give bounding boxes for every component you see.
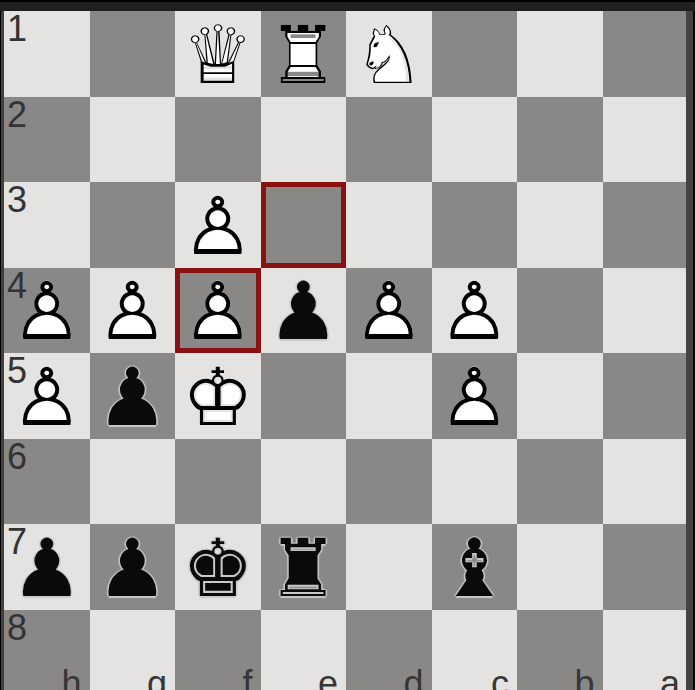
- chess-app-screen: 1♛♕♜♖♞♘23♟♙4♟♙♟♙♟♙♟♟♙♟♙5♟♙♟♚♔♟♙67♟♟♚♜♝8h…: [0, 0, 695, 690]
- piece-glyph: ♟: [4, 526, 90, 612]
- square-c5[interactable]: ♟♙: [432, 353, 518, 439]
- piece-outline-layer: ♙: [4, 270, 90, 356]
- piece-outline-layer: ♙: [4, 355, 90, 441]
- black-king-f7[interactable]: ♚: [175, 524, 261, 610]
- white-pawn-h5[interactable]: ♟♙: [4, 353, 90, 439]
- black-pawn-g7[interactable]: ♟: [90, 524, 176, 610]
- square-e4[interactable]: ♟: [261, 268, 347, 354]
- piece-glyph: ♝: [432, 526, 518, 612]
- square-e2[interactable]: [261, 97, 347, 183]
- square-d6[interactable]: [346, 439, 432, 525]
- square-e3[interactable]: [261, 182, 347, 268]
- piece-outline-layer: ♖: [261, 13, 347, 99]
- file-label-g: g: [147, 664, 167, 690]
- piece-outline-layer: ♙: [432, 355, 518, 441]
- square-c7[interactable]: ♝: [432, 524, 518, 610]
- square-a4[interactable]: [603, 268, 689, 354]
- square-f5[interactable]: ♚♔: [175, 353, 261, 439]
- black-pawn-h7[interactable]: ♟: [4, 524, 90, 610]
- file-label-b: b: [574, 664, 594, 690]
- square-f7[interactable]: ♚: [175, 524, 261, 610]
- square-a7[interactable]: [603, 524, 689, 610]
- square-g4[interactable]: ♟♙: [90, 268, 176, 354]
- square-e8[interactable]: e: [261, 610, 347, 690]
- white-king-f5[interactable]: ♚♔: [175, 353, 261, 439]
- square-d3[interactable]: [346, 182, 432, 268]
- square-b3[interactable]: [517, 182, 603, 268]
- rank-label-2: 2: [7, 95, 27, 135]
- square-b5[interactable]: [517, 353, 603, 439]
- square-d4[interactable]: ♟♙: [346, 268, 432, 354]
- square-b6[interactable]: [517, 439, 603, 525]
- square-f3[interactable]: ♟♙: [175, 182, 261, 268]
- square-g2[interactable]: [90, 97, 176, 183]
- black-bishop-c7[interactable]: ♝: [432, 524, 518, 610]
- white-knight-d1[interactable]: ♞♘: [346, 11, 432, 97]
- square-d1[interactable]: ♞♘: [346, 11, 432, 97]
- file-label-d: d: [403, 664, 423, 690]
- white-rook-e1[interactable]: ♜♖: [261, 11, 347, 97]
- white-pawn-f4[interactable]: ♟♙: [175, 268, 261, 354]
- right-border-strip: [686, 0, 695, 690]
- square-e7[interactable]: ♜: [261, 524, 347, 610]
- chess-board: 1♛♕♜♖♞♘23♟♙4♟♙♟♙♟♙♟♟♙♟♙5♟♙♟♚♔♟♙67♟♟♚♜♝8h…: [4, 11, 688, 690]
- square-d8[interactable]: d: [346, 610, 432, 690]
- square-b2[interactable]: [517, 97, 603, 183]
- square-c4[interactable]: ♟♙: [432, 268, 518, 354]
- black-pawn-e4[interactable]: ♟: [261, 268, 347, 354]
- square-a6[interactable]: [603, 439, 689, 525]
- square-d5[interactable]: [346, 353, 432, 439]
- square-b4[interactable]: [517, 268, 603, 354]
- square-h6[interactable]: 6: [4, 439, 90, 525]
- file-label-f: f: [242, 664, 252, 690]
- piece-glyph: ♟: [90, 526, 176, 612]
- piece-outline-layer: ♘: [346, 13, 432, 99]
- square-h7[interactable]: 7♟: [4, 524, 90, 610]
- piece-glyph: ♟: [90, 355, 176, 441]
- piece-outline-layer: ♕: [175, 13, 261, 99]
- square-a5[interactable]: [603, 353, 689, 439]
- square-f2[interactable]: [175, 97, 261, 183]
- square-g5[interactable]: ♟: [90, 353, 176, 439]
- left-border-strip: [0, 0, 4, 690]
- piece-outline-layer: ♙: [175, 184, 261, 270]
- square-c6[interactable]: [432, 439, 518, 525]
- file-label-e: e: [318, 664, 338, 690]
- square-g7[interactable]: ♟: [90, 524, 176, 610]
- square-g6[interactable]: [90, 439, 176, 525]
- square-e6[interactable]: [261, 439, 347, 525]
- piece-outline-layer: ♔: [175, 355, 261, 441]
- white-queen-f1[interactable]: ♛♕: [175, 11, 261, 97]
- square-d7[interactable]: [346, 524, 432, 610]
- square-e1[interactable]: ♜♖: [261, 11, 347, 97]
- piece-outline-layer: ♙: [432, 270, 518, 356]
- top-border-bar: [0, 0, 695, 11]
- square-h8[interactable]: 8h: [4, 610, 90, 690]
- piece-glyph: ♚: [175, 526, 261, 612]
- white-pawn-h4[interactable]: ♟♙: [4, 268, 90, 354]
- square-e5[interactable]: [261, 353, 347, 439]
- piece-glyph: ♜: [261, 526, 347, 612]
- file-label-h: h: [61, 664, 81, 690]
- piece-outline-layer: ♙: [346, 270, 432, 356]
- square-c3[interactable]: [432, 182, 518, 268]
- square-g8[interactable]: g: [90, 610, 176, 690]
- square-g3[interactable]: [90, 182, 176, 268]
- piece-glyph: ♟: [261, 270, 347, 356]
- square-c2[interactable]: [432, 97, 518, 183]
- rank-label-1: 1: [7, 9, 27, 49]
- rank-label-3: 3: [7, 180, 27, 220]
- square-h4[interactable]: 4♟♙: [4, 268, 90, 354]
- square-f4[interactable]: ♟♙: [175, 268, 261, 354]
- white-pawn-g4[interactable]: ♟♙: [90, 268, 176, 354]
- white-pawn-c5[interactable]: ♟♙: [432, 353, 518, 439]
- square-a2[interactable]: [603, 97, 689, 183]
- white-pawn-c4[interactable]: ♟♙: [432, 268, 518, 354]
- square-d2[interactable]: [346, 97, 432, 183]
- black-pawn-g5[interactable]: ♟: [90, 353, 176, 439]
- square-f8[interactable]: f: [175, 610, 261, 690]
- square-c8[interactable]: c: [432, 610, 518, 690]
- square-h2[interactable]: 2: [4, 97, 90, 183]
- square-h3[interactable]: 3: [4, 182, 90, 268]
- file-label-c: c: [491, 664, 509, 690]
- square-b7[interactable]: [517, 524, 603, 610]
- piece-outline-layer: ♙: [90, 270, 176, 356]
- black-rook-e7[interactable]: ♜: [261, 524, 347, 610]
- square-h5[interactable]: 5♟♙: [4, 353, 90, 439]
- white-pawn-d4[interactable]: ♟♙: [346, 268, 432, 354]
- piece-outline-layer: ♙: [175, 270, 261, 356]
- square-a8[interactable]: a: [603, 610, 689, 690]
- square-b1[interactable]: [517, 11, 603, 97]
- square-h1[interactable]: 1: [4, 11, 90, 97]
- white-pawn-f3[interactable]: ♟♙: [175, 182, 261, 268]
- square-f6[interactable]: [175, 439, 261, 525]
- square-a3[interactable]: [603, 182, 689, 268]
- square-g1[interactable]: [90, 11, 176, 97]
- square-b8[interactable]: b: [517, 610, 603, 690]
- square-c1[interactable]: [432, 11, 518, 97]
- square-f1[interactable]: ♛♕: [175, 11, 261, 97]
- square-a1[interactable]: [603, 11, 689, 97]
- file-label-a: a: [660, 664, 680, 690]
